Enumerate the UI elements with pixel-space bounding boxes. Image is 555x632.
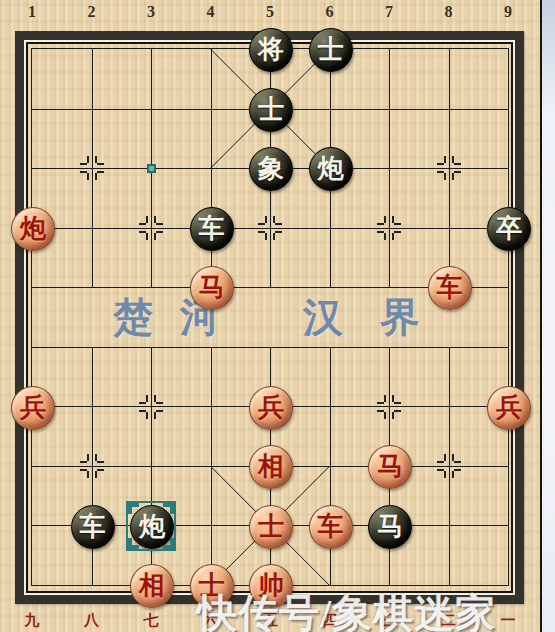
file-label-bottom: 八 [84, 611, 99, 630]
piece-black-chariot[interactable]: 车 [71, 505, 115, 549]
watermark-text: 快传号/象棋迷家 [197, 586, 496, 632]
last-move-origin-marker [147, 164, 156, 173]
board-cell[interactable] [32, 287, 92, 347]
river-character: 汉 [303, 290, 343, 345]
file-label-top: 4 [207, 3, 215, 21]
piece-red-elephant[interactable]: 相 [249, 445, 293, 489]
file-label-top: 3 [147, 3, 155, 21]
piece-red-cannon[interactable]: 炮 [11, 207, 55, 251]
piece-black-advisor[interactable]: 士 [309, 28, 353, 72]
piece-red-soldier[interactable]: 兵 [11, 386, 55, 430]
point-marker [377, 216, 401, 240]
piece-red-soldier[interactable]: 兵 [249, 386, 293, 430]
file-label-top: 2 [88, 3, 96, 21]
river-character: 楚 [113, 290, 153, 345]
xiangqi-app: 123456789 九八七六五四三二一 楚河汉界 将士士象炮炮车卒马车兵兵兵相马… [0, 0, 555, 632]
file-label-top: 8 [445, 3, 453, 21]
piece-red-horse[interactable]: 马 [368, 445, 412, 489]
file-label-bottom: 九 [25, 611, 40, 630]
river-character: 界 [380, 290, 420, 345]
piece-black-soldier[interactable]: 卒 [487, 207, 531, 251]
file-label-top: 5 [266, 3, 274, 21]
point-marker [437, 156, 461, 180]
file-label-top: 9 [504, 3, 512, 21]
point-marker [80, 156, 104, 180]
file-label-top: 1 [28, 3, 36, 21]
board-cell[interactable] [449, 525, 509, 585]
window-edge-strip [540, 0, 555, 632]
point-marker [437, 454, 461, 478]
board-cell[interactable] [151, 109, 211, 169]
point-marker [139, 216, 163, 240]
file-label-top: 7 [385, 3, 393, 21]
board-cell[interactable] [32, 49, 92, 109]
piece-black-cannon[interactable]: 炮 [130, 505, 174, 549]
piece-black-advisor[interactable]: 士 [249, 88, 293, 132]
board-cell[interactable] [389, 49, 449, 109]
piece-black-cannon[interactable]: 炮 [309, 147, 353, 191]
file-label-top: 6 [326, 3, 334, 21]
piece-black-general[interactable]: 将 [249, 28, 293, 72]
piece-red-soldier[interactable]: 兵 [487, 386, 531, 430]
piece-red-horse[interactable]: 马 [190, 266, 234, 310]
board-cell[interactable] [449, 49, 509, 109]
point-marker [377, 395, 401, 419]
piece-red-chariot[interactable]: 车 [309, 505, 353, 549]
point-marker [80, 454, 104, 478]
file-label-bottom: 一 [501, 611, 516, 630]
file-label-bottom: 七 [144, 611, 159, 630]
piece-red-chariot[interactable]: 车 [428, 266, 472, 310]
board-cell[interactable] [92, 49, 152, 109]
board-cell[interactable] [151, 49, 211, 109]
piece-black-horse[interactable]: 马 [368, 505, 412, 549]
point-marker [258, 216, 282, 240]
piece-black-chariot[interactable]: 车 [190, 207, 234, 251]
point-marker [139, 395, 163, 419]
piece-black-elephant[interactable]: 象 [249, 147, 293, 191]
piece-red-advisor[interactable]: 士 [249, 505, 293, 549]
